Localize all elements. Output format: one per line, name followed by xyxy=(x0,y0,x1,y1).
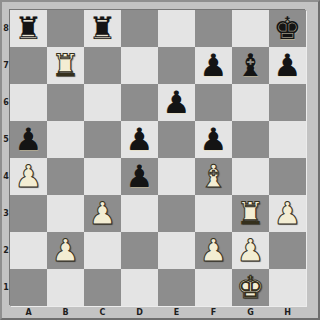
square-d1[interactable] xyxy=(121,269,158,306)
white-rook-icon[interactable]: ♜ xyxy=(237,195,265,232)
square-b7[interactable]: ♜ xyxy=(47,47,84,84)
square-c6[interactable] xyxy=(84,84,121,121)
square-a3[interactable] xyxy=(10,195,47,232)
rank-label-4: 4 xyxy=(2,158,10,195)
square-g6[interactable] xyxy=(232,84,269,121)
square-e6[interactable]: ♟ xyxy=(158,84,195,121)
black-pawn-icon[interactable]: ♟ xyxy=(200,47,228,84)
square-f6[interactable] xyxy=(195,84,232,121)
square-f3[interactable] xyxy=(195,195,232,232)
white-king-icon[interactable]: ♚ xyxy=(237,269,265,306)
square-a5[interactable]: ♟ xyxy=(10,121,47,158)
square-e3[interactable] xyxy=(158,195,195,232)
black-rook-icon[interactable]: ♜ xyxy=(89,10,117,47)
rank-label-8: 8 xyxy=(2,10,10,47)
square-e2[interactable] xyxy=(158,232,195,269)
square-f2[interactable]: ♟ xyxy=(195,232,232,269)
file-label-b: B xyxy=(47,306,84,318)
square-b5[interactable] xyxy=(47,121,84,158)
square-a7[interactable] xyxy=(10,47,47,84)
square-d8[interactable] xyxy=(121,10,158,47)
white-bishop-icon[interactable]: ♝ xyxy=(200,158,228,195)
square-a2[interactable] xyxy=(10,232,47,269)
square-g4[interactable] xyxy=(232,158,269,195)
black-pawn-icon[interactable]: ♟ xyxy=(126,121,154,158)
file-label-d: D xyxy=(121,306,158,318)
square-h1[interactable] xyxy=(269,269,306,306)
square-g8[interactable] xyxy=(232,10,269,47)
white-pawn-icon[interactable]: ♟ xyxy=(274,195,302,232)
square-f7[interactable]: ♟ xyxy=(195,47,232,84)
square-c4[interactable] xyxy=(84,158,121,195)
square-h7[interactable]: ♟ xyxy=(269,47,306,84)
black-rook-icon[interactable]: ♜ xyxy=(15,10,43,47)
square-e5[interactable] xyxy=(158,121,195,158)
black-pawn-icon[interactable]: ♟ xyxy=(126,158,154,195)
square-h6[interactable] xyxy=(269,84,306,121)
file-label-f: F xyxy=(195,306,232,318)
square-a6[interactable] xyxy=(10,84,47,121)
white-pawn-icon[interactable]: ♟ xyxy=(52,232,80,269)
square-d3[interactable] xyxy=(121,195,158,232)
black-bishop-icon[interactable]: ♝ xyxy=(237,47,265,84)
rank-label-6: 6 xyxy=(2,84,10,121)
square-f1[interactable] xyxy=(195,269,232,306)
rank-labels: 87654321 xyxy=(2,10,10,306)
black-pawn-icon[interactable]: ♟ xyxy=(200,121,228,158)
white-rook-icon[interactable]: ♜ xyxy=(52,47,80,84)
square-g3[interactable]: ♜ xyxy=(232,195,269,232)
white-pawn-icon[interactable]: ♟ xyxy=(200,232,228,269)
square-d4[interactable]: ♟ xyxy=(121,158,158,195)
white-pawn-icon[interactable]: ♟ xyxy=(15,158,43,195)
square-h2[interactable] xyxy=(269,232,306,269)
white-pawn-icon[interactable]: ♟ xyxy=(89,195,117,232)
square-e1[interactable] xyxy=(158,269,195,306)
square-c7[interactable] xyxy=(84,47,121,84)
square-b8[interactable] xyxy=(47,10,84,47)
square-b3[interactable] xyxy=(47,195,84,232)
rank-label-2: 2 xyxy=(2,232,10,269)
file-label-h: H xyxy=(269,306,306,318)
file-label-g: G xyxy=(232,306,269,318)
square-f5[interactable]: ♟ xyxy=(195,121,232,158)
square-b6[interactable] xyxy=(47,84,84,121)
square-a8[interactable]: ♜ xyxy=(10,10,47,47)
square-h3[interactable]: ♟ xyxy=(269,195,306,232)
square-f4[interactable]: ♝ xyxy=(195,158,232,195)
black-king-icon[interactable]: ♚ xyxy=(274,10,302,47)
rank-label-3: 3 xyxy=(2,195,10,232)
square-d2[interactable] xyxy=(121,232,158,269)
square-h4[interactable] xyxy=(269,158,306,195)
black-pawn-icon[interactable]: ♟ xyxy=(15,121,43,158)
rank-label-5: 5 xyxy=(2,121,10,158)
square-d5[interactable]: ♟ xyxy=(121,121,158,158)
black-pawn-icon[interactable]: ♟ xyxy=(163,84,191,121)
square-a4[interactable]: ♟ xyxy=(10,158,47,195)
square-h8[interactable]: ♚ xyxy=(269,10,306,47)
square-e8[interactable] xyxy=(158,10,195,47)
chess-board[interactable]: ♜♜♚♜♟♝♟♟♟♟♟♟♟♝♟♜♟♟♟♟♚ xyxy=(10,10,306,306)
square-e4[interactable] xyxy=(158,158,195,195)
square-g1[interactable]: ♚ xyxy=(232,269,269,306)
file-label-e: E xyxy=(158,306,195,318)
square-b2[interactable]: ♟ xyxy=(47,232,84,269)
square-g7[interactable]: ♝ xyxy=(232,47,269,84)
file-labels: ABCDEFGH xyxy=(10,306,306,318)
square-c3[interactable]: ♟ xyxy=(84,195,121,232)
square-c8[interactable]: ♜ xyxy=(84,10,121,47)
square-h5[interactable] xyxy=(269,121,306,158)
square-e7[interactable] xyxy=(158,47,195,84)
chessboard-window: 87654321 ♜♜♚♜♟♝♟♟♟♟♟♟♟♝♟♜♟♟♟♟♚ ABCDEFGH xyxy=(0,0,320,320)
square-f8[interactable] xyxy=(195,10,232,47)
square-g2[interactable]: ♟ xyxy=(232,232,269,269)
white-pawn-icon[interactable]: ♟ xyxy=(237,232,265,269)
square-b1[interactable] xyxy=(47,269,84,306)
square-g5[interactable] xyxy=(232,121,269,158)
square-c1[interactable] xyxy=(84,269,121,306)
square-b4[interactable] xyxy=(47,158,84,195)
rank-label-1: 1 xyxy=(2,269,10,306)
rank-label-7: 7 xyxy=(2,47,10,84)
file-label-c: C xyxy=(84,306,121,318)
square-d7[interactable] xyxy=(121,47,158,84)
square-d6[interactable] xyxy=(121,84,158,121)
square-a1[interactable] xyxy=(10,269,47,306)
black-pawn-icon[interactable]: ♟ xyxy=(274,47,302,84)
file-label-a: A xyxy=(10,306,47,318)
square-c5[interactable] xyxy=(84,121,121,158)
square-c2[interactable] xyxy=(84,232,121,269)
